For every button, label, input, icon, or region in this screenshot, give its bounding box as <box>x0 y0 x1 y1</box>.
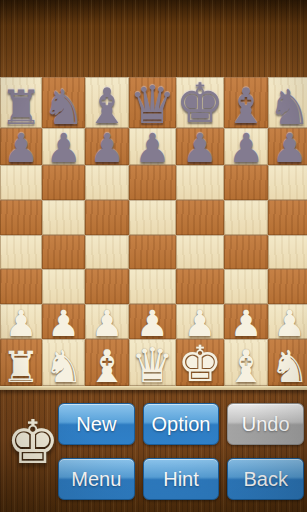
piece-white-knight-g1[interactable]: ♞ <box>270 345 307 389</box>
piece-white-pawn-g2[interactable]: ♟ <box>273 306 305 342</box>
square-a3[interactable] <box>0 269 42 304</box>
piece-black-pawn-c7[interactable]: ♟ <box>89 128 125 168</box>
square-a5[interactable] <box>0 200 42 235</box>
piece-black-knight-g8[interactable]: ♞ <box>268 83 307 131</box>
square-g2[interactable]: ♟ <box>268 304 307 339</box>
square-g4[interactable] <box>268 235 307 270</box>
piece-white-pawn-a2[interactable]: ♟ <box>5 306 37 342</box>
piece-white-knight-b1[interactable]: ♞ <box>44 345 83 389</box>
piece-black-pawn-d7[interactable]: ♟ <box>134 128 170 168</box>
square-c1[interactable]: ♝ <box>85 339 129 386</box>
square-g5[interactable] <box>268 200 307 235</box>
piece-white-pawn-c2[interactable]: ♟ <box>91 306 123 342</box>
chess-app-screen: ♜♞♝♛♚♝♞♜♟♟♟♟♟♟♟♟♟♟♟♟♟♟♟♟♜♞♝♛♚♝♞♜ ♚ New O… <box>0 0 307 512</box>
square-b7[interactable]: ♟ <box>42 128 85 165</box>
square-b3[interactable] <box>42 269 85 304</box>
square-g7[interactable]: ♟ <box>268 128 307 165</box>
back-button[interactable]: Back <box>227 458 304 500</box>
hint-button[interactable]: Hint <box>143 458 220 500</box>
square-d2[interactable]: ♟ <box>129 304 176 339</box>
white-king-icon: ♚ <box>6 412 54 472</box>
piece-white-king-e1[interactable]: ♚ <box>178 339 223 389</box>
square-g8[interactable]: ♞ <box>268 77 307 128</box>
square-g3[interactable] <box>268 269 307 304</box>
piece-black-pawn-e7[interactable]: ♟ <box>182 128 218 168</box>
piece-white-bishop-f1[interactable]: ♝ <box>226 344 266 389</box>
square-a4[interactable] <box>0 235 42 270</box>
square-e2[interactable]: ♟ <box>176 304 224 339</box>
undo-button[interactable]: Undo <box>227 403 304 445</box>
square-c3[interactable] <box>85 269 129 304</box>
piece-black-rook-a8[interactable]: ♜ <box>0 84 42 131</box>
square-a8[interactable]: ♜ <box>0 77 42 128</box>
square-f2[interactable]: ♟ <box>224 304 268 339</box>
square-c5[interactable] <box>85 200 129 235</box>
piece-black-bishop-f8[interactable]: ♝ <box>224 82 268 131</box>
menu-button[interactable]: Menu <box>58 458 135 500</box>
square-e3[interactable] <box>176 269 224 304</box>
square-f4[interactable] <box>224 235 268 270</box>
square-b2[interactable]: ♟ <box>42 304 85 339</box>
square-a7[interactable]: ♟ <box>0 128 42 165</box>
piece-white-pawn-f2[interactable]: ♟ <box>230 306 262 342</box>
piece-black-queen-d8[interactable]: ♛ <box>129 79 176 131</box>
button-row-bottom: Menu Hint Back <box>58 458 304 500</box>
square-a1[interactable]: ♜ <box>0 339 42 386</box>
square-f7[interactable]: ♟ <box>224 128 268 165</box>
option-button[interactable]: Option <box>143 403 220 445</box>
square-d8[interactable]: ♛ <box>129 77 176 128</box>
piece-black-pawn-b7[interactable]: ♟ <box>46 128 82 168</box>
square-b8[interactable]: ♞ <box>42 77 85 128</box>
square-c2[interactable]: ♟ <box>85 304 129 339</box>
square-b1[interactable]: ♞ <box>42 339 85 386</box>
square-c4[interactable] <box>85 235 129 270</box>
square-f1[interactable]: ♝ <box>224 339 268 386</box>
piece-white-rook-a1[interactable]: ♜ <box>2 346 41 389</box>
button-row-top: New Option Undo <box>58 403 304 445</box>
square-b4[interactable] <box>42 235 85 270</box>
square-g1[interactable]: ♞ <box>268 339 307 386</box>
square-d1[interactable]: ♛ <box>129 339 176 386</box>
square-c8[interactable]: ♝ <box>85 77 129 128</box>
piece-white-queen-d1[interactable]: ♛ <box>131 341 174 389</box>
square-e5[interactable] <box>176 200 224 235</box>
square-f5[interactable] <box>224 200 268 235</box>
square-b5[interactable] <box>42 200 85 235</box>
new-button[interactable]: New <box>58 403 135 445</box>
piece-black-pawn-g7[interactable]: ♟ <box>272 128 307 168</box>
square-f3[interactable] <box>224 269 268 304</box>
piece-white-pawn-b2[interactable]: ♟ <box>48 306 80 342</box>
square-c7[interactable]: ♟ <box>85 128 129 165</box>
square-f8[interactable]: ♝ <box>224 77 268 128</box>
square-d5[interactable] <box>129 200 176 235</box>
chess-board: ♜♞♝♛♚♝♞♜♟♟♟♟♟♟♟♟♟♟♟♟♟♟♟♟♜♞♝♛♚♝♞♜ <box>0 77 307 386</box>
piece-black-king-e8[interactable]: ♚ <box>176 77 224 131</box>
square-d7[interactable]: ♟ <box>129 128 176 165</box>
piece-white-bishop-c1[interactable]: ♝ <box>87 344 127 389</box>
square-e8[interactable]: ♚ <box>176 77 224 128</box>
piece-black-pawn-f7[interactable]: ♟ <box>228 128 264 168</box>
square-e7[interactable]: ♟ <box>176 128 224 165</box>
piece-black-bishop-c8[interactable]: ♝ <box>85 82 129 131</box>
square-e1[interactable]: ♚ <box>176 339 224 386</box>
board-bottom-edge <box>0 386 307 390</box>
piece-black-pawn-a7[interactable]: ♟ <box>3 128 39 168</box>
square-e4[interactable] <box>176 235 224 270</box>
square-d3[interactable] <box>129 269 176 304</box>
square-a2[interactable]: ♟ <box>0 304 42 339</box>
piece-black-knight-b8[interactable]: ♞ <box>42 83 85 131</box>
square-d4[interactable] <box>129 235 176 270</box>
